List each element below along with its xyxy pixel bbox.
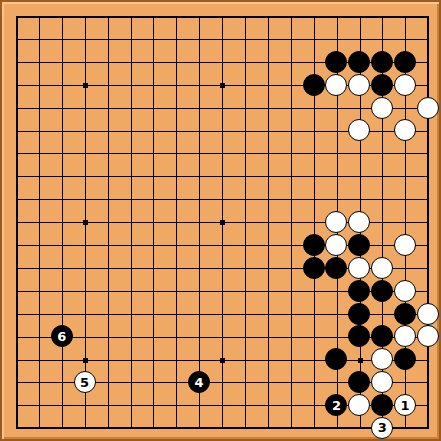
intersection bbox=[371, 325, 394, 348]
intersection bbox=[50, 348, 73, 371]
white-stone-move-1: 1 bbox=[394, 394, 416, 416]
intersection bbox=[188, 5, 211, 28]
intersection bbox=[142, 73, 165, 96]
intersection bbox=[142, 279, 165, 302]
intersection bbox=[325, 73, 348, 96]
intersection bbox=[348, 302, 371, 325]
intersection bbox=[96, 119, 119, 142]
intersection bbox=[211, 279, 234, 302]
intersection bbox=[394, 165, 417, 188]
intersection bbox=[394, 417, 417, 440]
intersection bbox=[233, 165, 256, 188]
intersection bbox=[371, 27, 394, 50]
intersection bbox=[27, 233, 50, 256]
intersection bbox=[165, 96, 188, 119]
intersection bbox=[417, 325, 440, 348]
intersection bbox=[302, 325, 325, 348]
intersection bbox=[50, 188, 73, 211]
intersection bbox=[73, 256, 96, 279]
intersection bbox=[256, 256, 279, 279]
black-stone-move-4: 4 bbox=[188, 371, 210, 393]
black-stone bbox=[348, 51, 370, 73]
intersection bbox=[119, 119, 142, 142]
intersection bbox=[27, 325, 50, 348]
intersection bbox=[256, 417, 279, 440]
intersection bbox=[119, 417, 142, 440]
intersection bbox=[50, 394, 73, 417]
intersection bbox=[96, 165, 119, 188]
intersection bbox=[119, 371, 142, 394]
intersection bbox=[394, 73, 417, 96]
black-stone bbox=[303, 257, 325, 279]
intersection bbox=[394, 371, 417, 394]
intersection bbox=[256, 165, 279, 188]
intersection bbox=[233, 27, 256, 50]
intersection bbox=[348, 96, 371, 119]
intersection bbox=[142, 211, 165, 234]
intersection bbox=[211, 142, 234, 165]
black-stone bbox=[325, 51, 347, 73]
intersection bbox=[27, 371, 50, 394]
intersection bbox=[394, 211, 417, 234]
intersection bbox=[50, 211, 73, 234]
intersection bbox=[371, 5, 394, 28]
intersection bbox=[142, 142, 165, 165]
intersection bbox=[5, 371, 28, 394]
intersection bbox=[188, 325, 211, 348]
intersection bbox=[165, 256, 188, 279]
white-stone-move-3: 3 bbox=[371, 417, 393, 439]
intersection bbox=[302, 279, 325, 302]
intersection bbox=[302, 256, 325, 279]
intersection bbox=[394, 279, 417, 302]
intersection bbox=[5, 233, 28, 256]
intersection bbox=[50, 233, 73, 256]
intersection bbox=[119, 394, 142, 417]
intersection bbox=[302, 96, 325, 119]
intersection bbox=[394, 142, 417, 165]
intersection bbox=[417, 211, 440, 234]
intersection bbox=[165, 27, 188, 50]
intersection bbox=[211, 256, 234, 279]
intersection bbox=[96, 5, 119, 28]
intersection bbox=[302, 211, 325, 234]
intersection bbox=[165, 188, 188, 211]
intersection bbox=[371, 302, 394, 325]
intersection bbox=[279, 417, 302, 440]
white-stone bbox=[417, 325, 439, 347]
intersection bbox=[73, 188, 96, 211]
intersection bbox=[302, 119, 325, 142]
intersection bbox=[211, 165, 234, 188]
intersection bbox=[188, 188, 211, 211]
intersection bbox=[27, 73, 50, 96]
intersection bbox=[417, 50, 440, 73]
intersection bbox=[165, 233, 188, 256]
intersection bbox=[371, 165, 394, 188]
intersection bbox=[256, 27, 279, 50]
intersection bbox=[325, 50, 348, 73]
intersection bbox=[279, 165, 302, 188]
intersection bbox=[5, 348, 28, 371]
intersection bbox=[96, 348, 119, 371]
intersection bbox=[417, 27, 440, 50]
intersection bbox=[417, 119, 440, 142]
intersection bbox=[325, 5, 348, 28]
white-stone bbox=[325, 74, 347, 96]
intersection bbox=[325, 279, 348, 302]
intersection bbox=[348, 371, 371, 394]
intersection bbox=[211, 233, 234, 256]
intersection bbox=[142, 165, 165, 188]
intersection bbox=[371, 211, 394, 234]
intersection bbox=[279, 5, 302, 28]
intersection bbox=[5, 5, 28, 28]
intersection bbox=[302, 27, 325, 50]
intersection bbox=[417, 417, 440, 440]
intersection bbox=[5, 50, 28, 73]
intersection bbox=[279, 348, 302, 371]
intersection bbox=[188, 417, 211, 440]
intersection bbox=[73, 302, 96, 325]
intersection bbox=[417, 5, 440, 28]
white-stone bbox=[417, 303, 439, 325]
intersection bbox=[394, 27, 417, 50]
intersection bbox=[188, 348, 211, 371]
intersection bbox=[142, 256, 165, 279]
intersection bbox=[96, 96, 119, 119]
intersection bbox=[325, 96, 348, 119]
intersection bbox=[27, 188, 50, 211]
intersection bbox=[233, 302, 256, 325]
intersection bbox=[211, 50, 234, 73]
intersection bbox=[233, 256, 256, 279]
intersection: 6 bbox=[50, 325, 73, 348]
white-stone bbox=[348, 394, 370, 416]
intersection bbox=[256, 119, 279, 142]
intersection bbox=[233, 73, 256, 96]
intersection bbox=[325, 165, 348, 188]
intersection bbox=[142, 96, 165, 119]
intersection bbox=[96, 325, 119, 348]
intersection bbox=[142, 119, 165, 142]
intersection bbox=[256, 279, 279, 302]
intersection bbox=[417, 256, 440, 279]
intersection bbox=[233, 394, 256, 417]
intersection bbox=[5, 417, 28, 440]
intersection bbox=[371, 188, 394, 211]
intersection bbox=[302, 371, 325, 394]
intersection bbox=[325, 142, 348, 165]
intersection bbox=[188, 256, 211, 279]
intersection bbox=[211, 27, 234, 50]
white-stone bbox=[325, 211, 347, 233]
intersection bbox=[119, 348, 142, 371]
intersection bbox=[165, 165, 188, 188]
intersection bbox=[73, 96, 96, 119]
intersection bbox=[211, 119, 234, 142]
intersection bbox=[325, 325, 348, 348]
intersection bbox=[73, 27, 96, 50]
intersection bbox=[27, 50, 50, 73]
intersection bbox=[256, 5, 279, 28]
intersection bbox=[279, 50, 302, 73]
intersection bbox=[348, 211, 371, 234]
intersection bbox=[165, 394, 188, 417]
intersection bbox=[73, 211, 96, 234]
intersection bbox=[73, 417, 96, 440]
intersection bbox=[417, 165, 440, 188]
intersection bbox=[279, 73, 302, 96]
intersection bbox=[302, 73, 325, 96]
intersection bbox=[50, 371, 73, 394]
intersection bbox=[417, 233, 440, 256]
intersection bbox=[142, 233, 165, 256]
intersection bbox=[302, 50, 325, 73]
intersection bbox=[5, 211, 28, 234]
black-stone bbox=[348, 303, 370, 325]
intersection bbox=[233, 119, 256, 142]
intersection bbox=[348, 279, 371, 302]
intersection bbox=[119, 325, 142, 348]
go-board-diagram: 654213 bbox=[0, 0, 441, 441]
white-stone bbox=[371, 371, 393, 393]
intersection bbox=[371, 50, 394, 73]
intersection bbox=[142, 5, 165, 28]
intersection bbox=[50, 256, 73, 279]
white-stone bbox=[417, 97, 439, 119]
intersection bbox=[302, 165, 325, 188]
intersection bbox=[96, 233, 119, 256]
intersection bbox=[348, 73, 371, 96]
intersection bbox=[279, 96, 302, 119]
black-stone bbox=[371, 280, 393, 302]
white-stone-move-5: 5 bbox=[74, 371, 96, 393]
intersection bbox=[325, 233, 348, 256]
intersection bbox=[348, 50, 371, 73]
white-stone bbox=[371, 97, 393, 119]
intersection bbox=[233, 371, 256, 394]
intersection bbox=[394, 325, 417, 348]
intersection bbox=[5, 188, 28, 211]
intersection bbox=[188, 279, 211, 302]
black-stone bbox=[325, 348, 347, 370]
intersection bbox=[394, 256, 417, 279]
intersection bbox=[96, 302, 119, 325]
intersection bbox=[27, 119, 50, 142]
intersection bbox=[279, 211, 302, 234]
intersection bbox=[211, 348, 234, 371]
intersection bbox=[27, 142, 50, 165]
intersection bbox=[188, 96, 211, 119]
intersection bbox=[279, 394, 302, 417]
intersection bbox=[73, 73, 96, 96]
intersection bbox=[348, 142, 371, 165]
intersection bbox=[348, 348, 371, 371]
intersection bbox=[417, 371, 440, 394]
intersection bbox=[119, 96, 142, 119]
intersection bbox=[165, 371, 188, 394]
intersection bbox=[256, 371, 279, 394]
intersection bbox=[394, 302, 417, 325]
intersection bbox=[5, 394, 28, 417]
intersection bbox=[188, 73, 211, 96]
intersection bbox=[119, 165, 142, 188]
intersection bbox=[119, 211, 142, 234]
intersection bbox=[119, 233, 142, 256]
intersection bbox=[256, 73, 279, 96]
white-stone bbox=[394, 280, 416, 302]
intersection bbox=[256, 325, 279, 348]
intersection bbox=[96, 142, 119, 165]
intersection: 5 bbox=[73, 371, 96, 394]
intersection bbox=[119, 188, 142, 211]
intersection bbox=[417, 302, 440, 325]
intersection bbox=[188, 302, 211, 325]
intersection bbox=[96, 279, 119, 302]
intersection bbox=[96, 256, 119, 279]
intersection bbox=[5, 73, 28, 96]
black-stone-move-6: 6 bbox=[51, 325, 73, 347]
intersection bbox=[371, 142, 394, 165]
intersection bbox=[279, 233, 302, 256]
white-stone bbox=[371, 257, 393, 279]
intersection bbox=[211, 325, 234, 348]
intersection bbox=[348, 188, 371, 211]
intersection bbox=[96, 417, 119, 440]
intersection: 2 bbox=[325, 394, 348, 417]
intersection bbox=[371, 279, 394, 302]
intersection bbox=[211, 211, 234, 234]
intersection bbox=[371, 394, 394, 417]
intersection bbox=[371, 96, 394, 119]
intersection bbox=[348, 233, 371, 256]
white-stone bbox=[394, 119, 416, 141]
intersection bbox=[256, 142, 279, 165]
black-stone bbox=[348, 234, 370, 256]
intersection bbox=[394, 50, 417, 73]
intersection bbox=[50, 142, 73, 165]
white-stone bbox=[348, 74, 370, 96]
intersection bbox=[119, 279, 142, 302]
intersection bbox=[5, 119, 28, 142]
intersection bbox=[233, 5, 256, 28]
intersection bbox=[233, 188, 256, 211]
black-stone-move-2: 2 bbox=[325, 394, 347, 416]
intersection bbox=[96, 73, 119, 96]
intersection bbox=[5, 325, 28, 348]
intersection bbox=[394, 188, 417, 211]
intersection bbox=[188, 27, 211, 50]
intersection bbox=[142, 348, 165, 371]
intersection bbox=[165, 73, 188, 96]
intersection bbox=[348, 325, 371, 348]
intersection bbox=[188, 233, 211, 256]
intersection bbox=[119, 256, 142, 279]
intersection bbox=[27, 211, 50, 234]
intersection bbox=[27, 302, 50, 325]
intersection bbox=[188, 165, 211, 188]
intersection bbox=[96, 394, 119, 417]
black-stone bbox=[371, 51, 393, 73]
intersection bbox=[5, 256, 28, 279]
intersection bbox=[119, 5, 142, 28]
intersection bbox=[165, 325, 188, 348]
black-stone bbox=[394, 348, 416, 370]
intersection bbox=[348, 165, 371, 188]
intersection bbox=[348, 394, 371, 417]
intersection bbox=[27, 394, 50, 417]
intersection bbox=[417, 279, 440, 302]
intersection bbox=[348, 5, 371, 28]
intersection bbox=[165, 142, 188, 165]
intersection bbox=[302, 142, 325, 165]
intersection bbox=[302, 5, 325, 28]
intersection bbox=[279, 371, 302, 394]
intersection bbox=[302, 348, 325, 371]
intersection bbox=[325, 119, 348, 142]
intersection bbox=[417, 188, 440, 211]
intersection bbox=[371, 73, 394, 96]
intersection: 3 bbox=[371, 417, 394, 440]
intersection bbox=[5, 279, 28, 302]
intersection bbox=[233, 211, 256, 234]
intersection bbox=[142, 417, 165, 440]
intersection bbox=[142, 188, 165, 211]
intersection bbox=[119, 142, 142, 165]
intersection bbox=[165, 348, 188, 371]
intersection bbox=[50, 5, 73, 28]
black-stone bbox=[348, 280, 370, 302]
intersection bbox=[371, 256, 394, 279]
intersection bbox=[188, 119, 211, 142]
intersection bbox=[325, 211, 348, 234]
intersection bbox=[5, 142, 28, 165]
intersection bbox=[165, 302, 188, 325]
intersection bbox=[325, 256, 348, 279]
intersection bbox=[233, 233, 256, 256]
intersection bbox=[279, 142, 302, 165]
black-stone bbox=[371, 325, 393, 347]
intersection bbox=[188, 211, 211, 234]
intersection bbox=[348, 27, 371, 50]
black-stone bbox=[303, 74, 325, 96]
intersection bbox=[233, 142, 256, 165]
intersection bbox=[73, 119, 96, 142]
intersection bbox=[73, 5, 96, 28]
intersection bbox=[119, 73, 142, 96]
intersection bbox=[233, 96, 256, 119]
intersection bbox=[5, 165, 28, 188]
intersection bbox=[142, 371, 165, 394]
intersection bbox=[371, 119, 394, 142]
intersection bbox=[5, 27, 28, 50]
white-stone bbox=[325, 234, 347, 256]
intersection bbox=[256, 394, 279, 417]
intersection bbox=[142, 27, 165, 50]
intersection bbox=[73, 142, 96, 165]
intersection bbox=[394, 5, 417, 28]
intersection bbox=[211, 417, 234, 440]
intersection bbox=[279, 279, 302, 302]
intersection bbox=[142, 394, 165, 417]
intersection bbox=[73, 233, 96, 256]
intersection bbox=[279, 27, 302, 50]
black-stone bbox=[325, 257, 347, 279]
intersection: 4 bbox=[188, 371, 211, 394]
black-stone bbox=[394, 51, 416, 73]
white-stone bbox=[394, 74, 416, 96]
